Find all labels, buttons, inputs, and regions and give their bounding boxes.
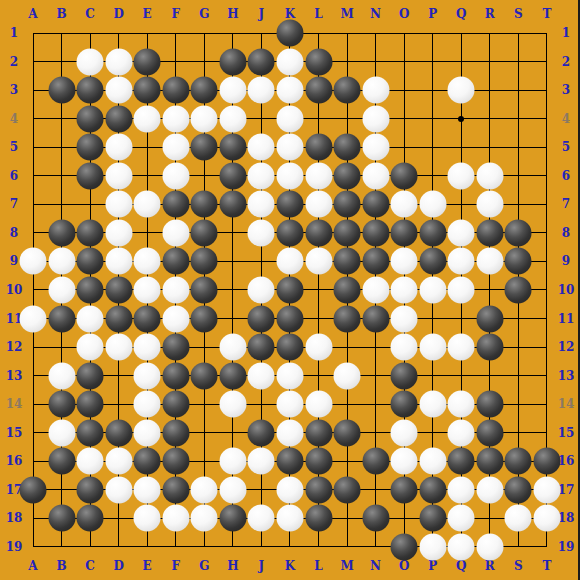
- row-label-right-6: 6: [562, 169, 570, 183]
- black-stone-H13: [219, 362, 246, 389]
- white-stone-O10: [391, 276, 418, 303]
- black-stone-E16: [134, 448, 161, 475]
- white-stone-O12: [391, 334, 418, 361]
- black-stone-B8: [48, 219, 75, 246]
- white-stone-K5: [276, 134, 303, 161]
- white-stone-R17: [476, 476, 503, 503]
- column-label-top-T: T: [542, 7, 551, 21]
- row-label-right-10: 10: [558, 283, 575, 297]
- black-stone-H7: [219, 191, 246, 218]
- black-stone-A17: [20, 476, 47, 503]
- white-stone-D17: [105, 476, 132, 503]
- row-label-right-3: 3: [562, 83, 570, 97]
- black-stone-H5: [219, 134, 246, 161]
- white-stone-R19: [476, 533, 503, 560]
- row-label-left-9: 9: [10, 254, 18, 268]
- black-stone-K16: [276, 448, 303, 475]
- row-label-right-15: 15: [558, 426, 575, 440]
- column-label-top-R: R: [485, 7, 495, 21]
- row-label-right-19: 19: [558, 540, 575, 554]
- black-stone-C10: [77, 276, 104, 303]
- white-stone-H16: [219, 448, 246, 475]
- row-label-right-1: 1: [562, 26, 570, 40]
- go-board[interactable]: AABBCCDDEEFFGGHHJJKKLLMMNNOOPPQQRRSSTT11…: [0, 0, 578, 580]
- white-stone-P19: [419, 533, 446, 560]
- black-stone-M17: [334, 476, 361, 503]
- column-label-top-O: O: [399, 7, 409, 21]
- column-label-bottom-H: H: [227, 559, 238, 573]
- black-stone-Q16: [448, 448, 475, 475]
- white-stone-K14: [276, 391, 303, 418]
- black-stone-K7: [276, 191, 303, 218]
- white-stone-Q9: [448, 248, 475, 275]
- black-stone-M8: [334, 219, 361, 246]
- white-stone-B10: [48, 276, 75, 303]
- column-label-bottom-F: F: [171, 559, 180, 573]
- white-stone-D8: [105, 219, 132, 246]
- column-label-bottom-K: K: [285, 559, 295, 573]
- black-stone-D11: [105, 305, 132, 332]
- white-stone-D6: [105, 162, 132, 189]
- black-stone-B11: [48, 305, 75, 332]
- white-stone-F5: [162, 134, 189, 161]
- white-stone-A9: [20, 248, 47, 275]
- column-label-top-P: P: [428, 7, 437, 21]
- black-stone-L5: [305, 134, 332, 161]
- column-label-top-A: A: [28, 7, 37, 21]
- black-stone-M3: [334, 77, 361, 104]
- black-stone-N7: [362, 191, 389, 218]
- white-stone-E18: [134, 505, 161, 532]
- column-label-bottom-A: A: [28, 559, 37, 573]
- black-stone-P17: [419, 476, 446, 503]
- white-stone-K9: [276, 248, 303, 275]
- white-stone-P12: [419, 334, 446, 361]
- white-stone-Q6: [448, 162, 475, 189]
- black-stone-K11: [276, 305, 303, 332]
- white-stone-C2: [77, 48, 104, 75]
- row-label-left-18: 18: [6, 511, 23, 525]
- column-label-bottom-E: E: [143, 559, 152, 573]
- black-stone-N16: [362, 448, 389, 475]
- white-stone-E4: [134, 105, 161, 132]
- black-stone-F14: [162, 391, 189, 418]
- column-label-bottom-L: L: [314, 559, 322, 573]
- column-label-bottom-C: C: [85, 559, 95, 573]
- column-label-bottom-M: M: [340, 559, 353, 573]
- white-stone-J16: [248, 448, 275, 475]
- white-stone-D9: [105, 248, 132, 275]
- black-stone-M7: [334, 191, 361, 218]
- black-stone-H6: [219, 162, 246, 189]
- column-label-top-J: J: [259, 7, 265, 21]
- white-stone-D3: [105, 77, 132, 104]
- white-stone-E9: [134, 248, 161, 275]
- black-stone-F13: [162, 362, 189, 389]
- white-stone-R9: [476, 248, 503, 275]
- row-label-left-8: 8: [10, 226, 18, 240]
- row-label-left-1: 1: [10, 26, 18, 40]
- white-stone-O7: [391, 191, 418, 218]
- white-stone-D5: [105, 134, 132, 161]
- black-stone-G9: [191, 248, 218, 275]
- column-label-top-S: S: [514, 7, 523, 21]
- black-stone-R12: [476, 334, 503, 361]
- row-label-left-12: 12: [6, 340, 23, 354]
- black-stone-F15: [162, 419, 189, 446]
- row-label-right-5: 5: [562, 140, 570, 154]
- black-stone-N9: [362, 248, 389, 275]
- black-stone-L17: [305, 476, 332, 503]
- black-stone-M6: [334, 162, 361, 189]
- black-stone-C13: [77, 362, 104, 389]
- black-stone-F16: [162, 448, 189, 475]
- column-label-bottom-T: T: [542, 559, 551, 573]
- white-stone-F10: [162, 276, 189, 303]
- white-stone-J7: [248, 191, 275, 218]
- row-label-right-8: 8: [562, 226, 570, 240]
- white-stone-P7: [419, 191, 446, 218]
- black-stone-G3: [191, 77, 218, 104]
- black-stone-G8: [191, 219, 218, 246]
- white-stone-N5: [362, 134, 389, 161]
- white-stone-K17: [276, 476, 303, 503]
- black-stone-R8: [476, 219, 503, 246]
- column-label-top-N: N: [370, 7, 381, 21]
- column-label-bottom-D: D: [113, 559, 123, 573]
- black-stone-B18: [48, 505, 75, 532]
- white-stone-J3: [248, 77, 275, 104]
- black-stone-L8: [305, 219, 332, 246]
- black-stone-C14: [77, 391, 104, 418]
- black-stone-G13: [191, 362, 218, 389]
- column-label-bottom-R: R: [485, 559, 495, 573]
- white-stone-A11: [20, 305, 47, 332]
- white-stone-J6: [248, 162, 275, 189]
- white-stone-K13: [276, 362, 303, 389]
- column-label-bottom-S: S: [514, 559, 523, 573]
- black-stone-F3: [162, 77, 189, 104]
- row-label-left-4: 4: [10, 112, 18, 126]
- row-label-right-4: 4: [562, 112, 570, 126]
- row-label-left-19: 19: [6, 540, 23, 554]
- white-stone-E13: [134, 362, 161, 389]
- white-stone-C11: [77, 305, 104, 332]
- black-stone-O6: [391, 162, 418, 189]
- white-stone-K4: [276, 105, 303, 132]
- black-stone-C9: [77, 248, 104, 275]
- black-stone-J11: [248, 305, 275, 332]
- row-label-left-7: 7: [10, 197, 18, 211]
- white-stone-J8: [248, 219, 275, 246]
- white-stone-H4: [219, 105, 246, 132]
- row-label-left-14: 14: [6, 397, 23, 411]
- row-label-right-12: 12: [558, 340, 575, 354]
- column-label-bottom-N: N: [370, 559, 381, 573]
- white-stone-Q14: [448, 391, 475, 418]
- go-board-screenshot: AABBCCDDEEFFGGHHJJKKLLMMNNOOPPQQRRSSTT11…: [0, 0, 580, 580]
- black-stone-R16: [476, 448, 503, 475]
- black-stone-C3: [77, 77, 104, 104]
- black-stone-R15: [476, 419, 503, 446]
- white-stone-B15: [48, 419, 75, 446]
- white-stone-Q15: [448, 419, 475, 446]
- white-stone-G18: [191, 505, 218, 532]
- white-stone-E12: [134, 334, 161, 361]
- black-stone-F9: [162, 248, 189, 275]
- white-stone-F18: [162, 505, 189, 532]
- white-stone-L6: [305, 162, 332, 189]
- black-stone-C18: [77, 505, 104, 532]
- white-stone-D7: [105, 191, 132, 218]
- column-label-top-G: G: [199, 7, 209, 21]
- black-stone-J12: [248, 334, 275, 361]
- white-stone-P16: [419, 448, 446, 475]
- white-stone-O15: [391, 419, 418, 446]
- black-stone-C5: [77, 134, 104, 161]
- white-stone-Q18: [448, 505, 475, 532]
- white-stone-F4: [162, 105, 189, 132]
- column-label-bottom-P: P: [428, 559, 437, 573]
- column-label-top-D: D: [113, 7, 123, 21]
- row-label-right-9: 9: [562, 254, 570, 268]
- white-stone-B13: [48, 362, 75, 389]
- white-stone-F8: [162, 219, 189, 246]
- black-stone-G11: [191, 305, 218, 332]
- black-stone-N18: [362, 505, 389, 532]
- black-stone-P9: [419, 248, 446, 275]
- white-stone-Q3: [448, 77, 475, 104]
- white-stone-R6: [476, 162, 503, 189]
- white-stone-H12: [219, 334, 246, 361]
- column-label-top-H: H: [227, 7, 238, 21]
- white-stone-J5: [248, 134, 275, 161]
- row-label-left-3: 3: [10, 83, 18, 97]
- black-stone-S10: [505, 276, 532, 303]
- white-stone-H14: [219, 391, 246, 418]
- black-stone-O14: [391, 391, 418, 418]
- white-stone-O16: [391, 448, 418, 475]
- column-label-top-F: F: [171, 7, 180, 21]
- white-stone-K6: [276, 162, 303, 189]
- black-stone-E3: [134, 77, 161, 104]
- row-label-left-15: 15: [6, 426, 23, 440]
- black-stone-C8: [77, 219, 104, 246]
- black-stone-K8: [276, 219, 303, 246]
- black-stone-D15: [105, 419, 132, 446]
- row-label-left-10: 10: [6, 283, 23, 297]
- black-stone-O8: [391, 219, 418, 246]
- white-stone-B9: [48, 248, 75, 275]
- column-label-top-C: C: [85, 7, 95, 21]
- black-stone-M5: [334, 134, 361, 161]
- black-stone-M11: [334, 305, 361, 332]
- black-stone-L15: [305, 419, 332, 446]
- column-label-top-E: E: [143, 7, 152, 21]
- white-stone-L9: [305, 248, 332, 275]
- black-stone-C17: [77, 476, 104, 503]
- row-label-left-13: 13: [6, 369, 23, 383]
- black-stone-C15: [77, 419, 104, 446]
- white-stone-E7: [134, 191, 161, 218]
- white-stone-P10: [419, 276, 446, 303]
- white-stone-O9: [391, 248, 418, 275]
- white-stone-D2: [105, 48, 132, 75]
- white-stone-Q17: [448, 476, 475, 503]
- column-label-top-L: L: [314, 7, 322, 21]
- white-stone-J18: [248, 505, 275, 532]
- white-stone-L14: [305, 391, 332, 418]
- white-stone-J10: [248, 276, 275, 303]
- black-stone-L3: [305, 77, 332, 104]
- black-stone-S8: [505, 219, 532, 246]
- black-stone-M9: [334, 248, 361, 275]
- white-stone-S18: [505, 505, 532, 532]
- white-stone-Q19: [448, 533, 475, 560]
- white-stone-D12: [105, 334, 132, 361]
- column-label-bottom-G: G: [199, 559, 209, 573]
- black-stone-N8: [362, 219, 389, 246]
- black-stone-D4: [105, 105, 132, 132]
- row-label-left-2: 2: [10, 55, 18, 69]
- black-stone-B16: [48, 448, 75, 475]
- row-label-left-6: 6: [10, 169, 18, 183]
- black-stone-S16: [505, 448, 532, 475]
- black-stone-O17: [391, 476, 418, 503]
- black-stone-R14: [476, 391, 503, 418]
- black-stone-J15: [248, 419, 275, 446]
- white-stone-N3: [362, 77, 389, 104]
- black-stone-H2: [219, 48, 246, 75]
- white-stone-G17: [191, 476, 218, 503]
- black-stone-M15: [334, 419, 361, 446]
- black-stone-G10: [191, 276, 218, 303]
- white-stone-H3: [219, 77, 246, 104]
- white-stone-Q12: [448, 334, 475, 361]
- white-stone-Q10: [448, 276, 475, 303]
- black-stone-L16: [305, 448, 332, 475]
- white-stone-O11: [391, 305, 418, 332]
- black-stone-H18: [219, 505, 246, 532]
- black-stone-L18: [305, 505, 332, 532]
- white-stone-J13: [248, 362, 275, 389]
- white-stone-K3: [276, 77, 303, 104]
- white-stone-P14: [419, 391, 446, 418]
- black-stone-F12: [162, 334, 189, 361]
- black-stone-B3: [48, 77, 75, 104]
- black-stone-T16: [533, 448, 560, 475]
- white-stone-F11: [162, 305, 189, 332]
- black-stone-G7: [191, 191, 218, 218]
- black-stone-J2: [248, 48, 275, 75]
- white-stone-T17: [533, 476, 560, 503]
- black-stone-E2: [134, 48, 161, 75]
- white-stone-T18: [533, 505, 560, 532]
- black-stone-C6: [77, 162, 104, 189]
- white-stone-F6: [162, 162, 189, 189]
- row-label-right-11: 11: [558, 312, 575, 326]
- white-stone-R7: [476, 191, 503, 218]
- row-label-right-14: 14: [558, 397, 575, 411]
- white-stone-C16: [77, 448, 104, 475]
- black-stone-P18: [419, 505, 446, 532]
- white-stone-D16: [105, 448, 132, 475]
- black-stone-K12: [276, 334, 303, 361]
- row-label-left-5: 5: [10, 140, 18, 154]
- white-stone-N6: [362, 162, 389, 189]
- white-stone-E15: [134, 419, 161, 446]
- column-label-bottom-J: J: [259, 559, 265, 573]
- black-stone-S17: [505, 476, 532, 503]
- white-stone-K15: [276, 419, 303, 446]
- row-label-right-7: 7: [562, 197, 570, 211]
- white-stone-L7: [305, 191, 332, 218]
- black-stone-F7: [162, 191, 189, 218]
- black-stone-R11: [476, 305, 503, 332]
- white-stone-E10: [134, 276, 161, 303]
- white-stone-N10: [362, 276, 389, 303]
- white-stone-K18: [276, 505, 303, 532]
- column-label-bottom-B: B: [56, 559, 66, 573]
- white-stone-C12: [77, 334, 104, 361]
- white-stone-M13: [334, 362, 361, 389]
- white-stone-E17: [134, 476, 161, 503]
- white-stone-G4: [191, 105, 218, 132]
- white-stone-Q8: [448, 219, 475, 246]
- row-label-right-13: 13: [558, 369, 575, 383]
- black-stone-D10: [105, 276, 132, 303]
- row-label-left-16: 16: [6, 454, 23, 468]
- black-stone-O19: [391, 533, 418, 560]
- black-stone-B14: [48, 391, 75, 418]
- black-stone-E11: [134, 305, 161, 332]
- black-stone-O13: [391, 362, 418, 389]
- white-stone-N4: [362, 105, 389, 132]
- black-stone-C4: [77, 105, 104, 132]
- column-label-bottom-O: O: [399, 559, 409, 573]
- column-label-top-B: B: [56, 7, 66, 21]
- white-stone-L12: [305, 334, 332, 361]
- star-point-Q4: [458, 116, 464, 122]
- black-stone-P8: [419, 219, 446, 246]
- black-stone-G5: [191, 134, 218, 161]
- white-stone-E14: [134, 391, 161, 418]
- black-stone-N11: [362, 305, 389, 332]
- black-stone-K10: [276, 276, 303, 303]
- black-stone-K1: [276, 20, 303, 47]
- column-label-bottom-Q: Q: [456, 559, 466, 573]
- black-stone-F17: [162, 476, 189, 503]
- black-stone-L2: [305, 48, 332, 75]
- white-stone-H17: [219, 476, 246, 503]
- row-label-right-2: 2: [562, 55, 570, 69]
- column-label-top-M: M: [340, 7, 353, 21]
- black-stone-M10: [334, 276, 361, 303]
- white-stone-K2: [276, 48, 303, 75]
- black-stone-S9: [505, 248, 532, 275]
- column-label-top-Q: Q: [456, 7, 466, 21]
